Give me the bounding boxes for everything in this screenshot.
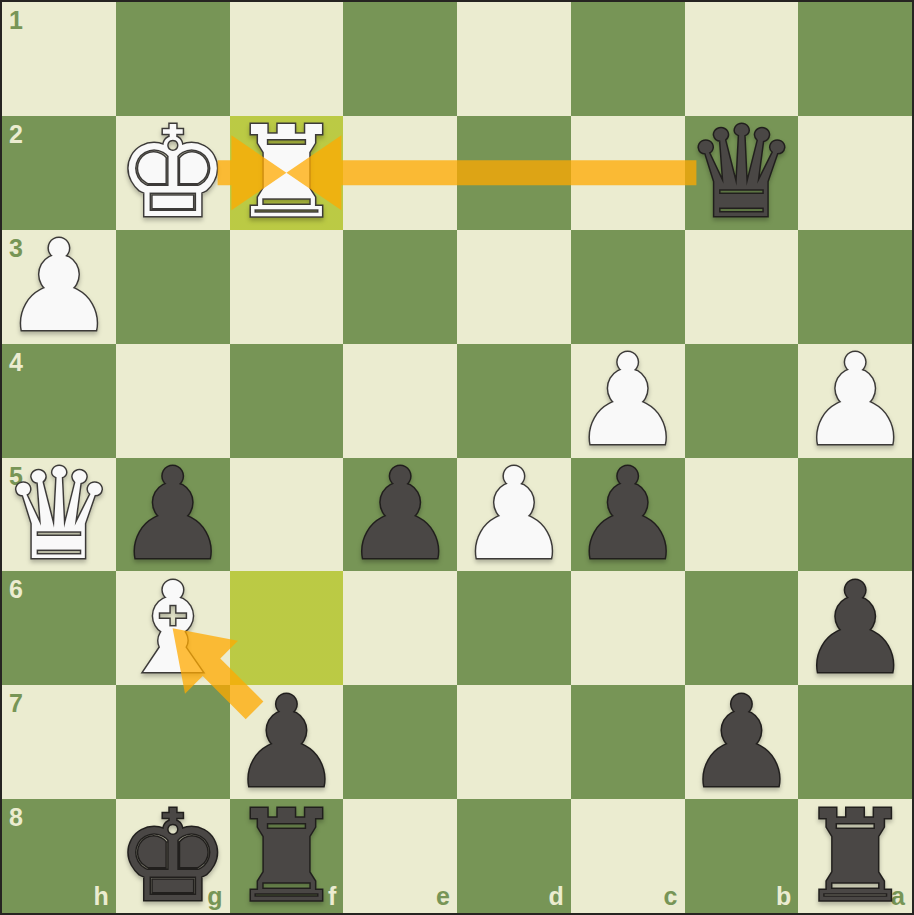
file-label-c: c: [664, 884, 678, 909]
square-c8[interactable]: c: [571, 799, 685, 913]
square-f4[interactable]: [230, 344, 344, 458]
file-label-b: b: [776, 884, 791, 909]
square-b8[interactable]: b: [685, 799, 799, 913]
rank-label-8: 8: [9, 805, 23, 830]
white-queen-h5[interactable]: ♛: [2, 458, 116, 572]
square-e1[interactable]: [343, 2, 457, 116]
black-rook-a8[interactable]: ♜: [798, 799, 912, 913]
chess-board: 12♚♜♛3♟4♟♟5♛♟♟♟♟6♝♟7♟♟8hg♚f♜edcba♜: [2, 2, 912, 913]
square-d5[interactable]: ♟: [457, 458, 571, 572]
square-b5[interactable]: [685, 458, 799, 572]
white-pawn-h3[interactable]: ♟: [2, 230, 116, 344]
white-bishop-g6[interactable]: ♝: [116, 571, 230, 685]
square-e7[interactable]: [343, 685, 457, 799]
white-pawn-d5[interactable]: ♟: [457, 458, 571, 572]
square-h5[interactable]: 5♛: [2, 458, 116, 572]
file-label-h: h: [93, 884, 108, 909]
file-label-d: d: [548, 884, 563, 909]
square-d7[interactable]: [457, 685, 571, 799]
square-e8[interactable]: e: [343, 799, 457, 913]
square-a8[interactable]: a♜: [798, 799, 912, 913]
black-pawn-a6[interactable]: ♟: [798, 571, 912, 685]
square-a1[interactable]: [798, 2, 912, 116]
square-h3[interactable]: 3♟: [2, 230, 116, 344]
black-rook-f8[interactable]: ♜: [230, 799, 344, 913]
square-f8[interactable]: f♜: [230, 799, 344, 913]
square-g3[interactable]: [116, 230, 230, 344]
black-queen-b2[interactable]: ♛: [685, 116, 799, 230]
white-king-g2[interactable]: ♚: [116, 116, 230, 230]
square-c7[interactable]: [571, 685, 685, 799]
rank-label-2: 2: [9, 122, 23, 147]
square-a2[interactable]: [798, 116, 912, 230]
file-label-e: e: [436, 884, 450, 909]
square-c6[interactable]: [571, 571, 685, 685]
square-c1[interactable]: [571, 2, 685, 116]
square-f5[interactable]: [230, 458, 344, 572]
square-e6[interactable]: [343, 571, 457, 685]
square-e2[interactable]: [343, 116, 457, 230]
square-a6[interactable]: ♟: [798, 571, 912, 685]
square-b4[interactable]: [685, 344, 799, 458]
square-h1[interactable]: 1: [2, 2, 116, 116]
black-pawn-c5[interactable]: ♟: [571, 458, 685, 572]
rank-label-6: 6: [9, 577, 23, 602]
square-f2[interactable]: ♜: [230, 116, 344, 230]
rank-label-7: 7: [9, 691, 23, 716]
square-b7[interactable]: ♟: [685, 685, 799, 799]
white-pawn-a4[interactable]: ♟: [798, 344, 912, 458]
black-pawn-b7[interactable]: ♟: [685, 685, 799, 799]
square-a4[interactable]: ♟: [798, 344, 912, 458]
square-b2[interactable]: ♛: [685, 116, 799, 230]
black-king-g8[interactable]: ♚: [116, 799, 230, 913]
square-g8[interactable]: g♚: [116, 799, 230, 913]
black-pawn-e5[interactable]: ♟: [343, 458, 457, 572]
square-e3[interactable]: [343, 230, 457, 344]
square-g2[interactable]: ♚: [116, 116, 230, 230]
square-d1[interactable]: [457, 2, 571, 116]
square-d2[interactable]: [457, 116, 571, 230]
rank-label-4: 4: [9, 350, 23, 375]
square-h7[interactable]: 7: [2, 685, 116, 799]
square-d3[interactable]: [457, 230, 571, 344]
square-b3[interactable]: [685, 230, 799, 344]
square-c5[interactable]: ♟: [571, 458, 685, 572]
square-f3[interactable]: [230, 230, 344, 344]
square-c2[interactable]: [571, 116, 685, 230]
square-h8[interactable]: 8h: [2, 799, 116, 913]
square-d8[interactable]: d: [457, 799, 571, 913]
square-d6[interactable]: [457, 571, 571, 685]
rank-label-1: 1: [9, 8, 23, 33]
square-e5[interactable]: ♟: [343, 458, 457, 572]
square-g6[interactable]: ♝: [116, 571, 230, 685]
white-rook-f2[interactable]: ♜: [230, 116, 344, 230]
square-h6[interactable]: 6: [2, 571, 116, 685]
